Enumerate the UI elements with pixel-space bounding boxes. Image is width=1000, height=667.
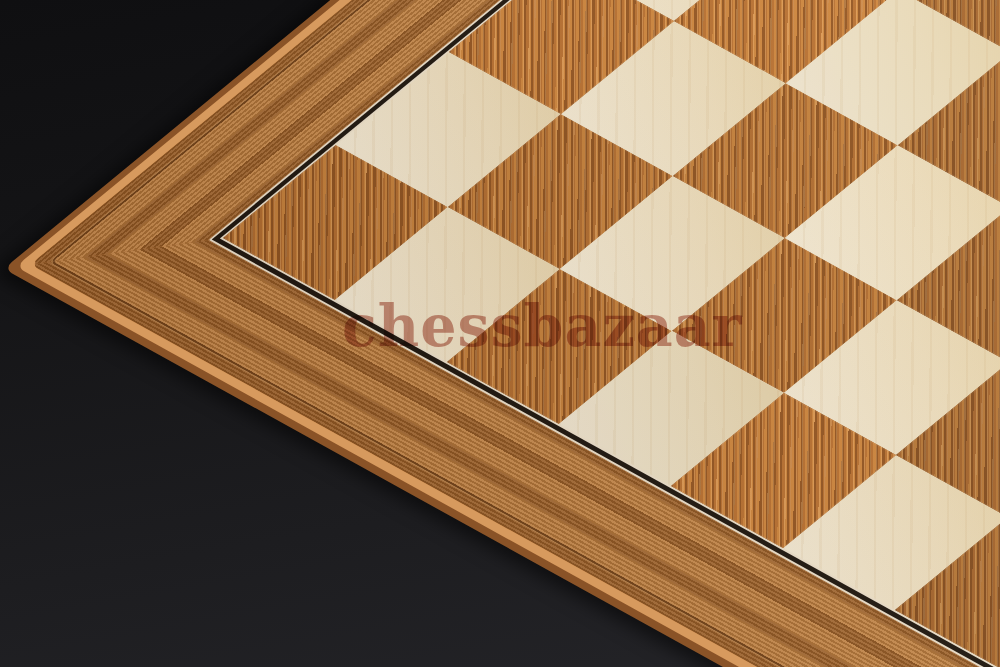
photo-background: chessbazaar <box>0 0 1000 667</box>
chessboard <box>30 0 1000 667</box>
